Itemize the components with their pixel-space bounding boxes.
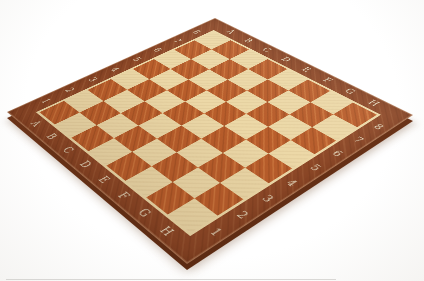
file-label-bottom: B xyxy=(44,133,58,141)
file-label-bottom: F xyxy=(116,191,131,201)
file-label-top: F xyxy=(321,77,333,84)
photo-background: AA88BB77CC66DD55EE44FF33GG22HH11 xyxy=(0,0,424,281)
file-label-top: H xyxy=(366,99,380,107)
file-label-top: B xyxy=(242,38,254,44)
chess-board: AA88BB77CC66DD55EE44FF33GG22HH11 xyxy=(7,18,413,264)
rank-label-left: 4 xyxy=(109,66,121,72)
file-label-bottom: G xyxy=(136,208,152,219)
file-label-top: E xyxy=(300,66,312,72)
file-label-bottom: E xyxy=(96,175,111,184)
file-label-top: D xyxy=(280,56,293,62)
file-label-top: C xyxy=(260,47,272,53)
file-label-top: G xyxy=(343,88,356,95)
board-grid xyxy=(39,32,376,233)
rank-label-right: 2 xyxy=(234,210,249,220)
rank-label-left: 6 xyxy=(152,47,163,52)
rank-label-left: 2 xyxy=(63,87,75,93)
rank-label-left: 7 xyxy=(172,38,183,43)
rank-label-right: 5 xyxy=(308,164,322,173)
file-label-bottom: A xyxy=(29,120,42,128)
file-label-bottom: D xyxy=(78,160,93,169)
rank-label-right: 3 xyxy=(260,194,275,204)
rank-label-right: 4 xyxy=(285,178,299,187)
file-label-top: A xyxy=(225,29,236,34)
file-label-bottom: H xyxy=(157,225,174,237)
file-label-bottom: C xyxy=(61,146,75,155)
rank-label-left: 8 xyxy=(191,30,202,35)
rank-label-left: 1 xyxy=(39,98,51,105)
inner-border-line xyxy=(36,30,381,236)
board-frame: AA88BB77CC66DD55EE44FF33GG22HH11 xyxy=(7,18,413,264)
rank-label-left: 3 xyxy=(87,77,99,83)
rank-label-left: 5 xyxy=(131,57,142,63)
rank-label-right: 6 xyxy=(330,150,344,158)
rank-label-right: 7 xyxy=(351,136,364,144)
backdrop-edge-line xyxy=(6,279,336,280)
rank-label-right: 1 xyxy=(208,227,224,238)
rank-label-right: 8 xyxy=(372,123,385,131)
